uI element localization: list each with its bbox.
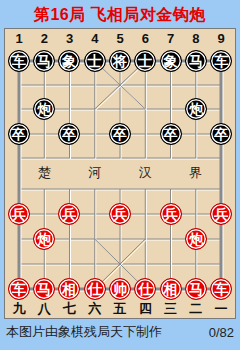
board-intersection [158,97,183,122]
board-intersection [183,202,208,227]
xiangqi-viewer: 第16局 飞相局对金钩炮 123456789 楚河汉界 九八七六五四三二一 车马… [0,0,240,350]
board-intersection [31,252,56,277]
board-intersection [107,146,132,174]
move-counter: 0/82 [209,325,234,340]
board-intersection [107,73,132,97]
red-piece-车[interactable]: 车 [210,278,232,300]
board-intersection [31,202,56,227]
red-piece-马[interactable]: 马 [33,278,55,300]
board-intersection: 相 [158,277,183,302]
board-intersection: 将 [107,49,132,73]
black-piece-士[interactable]: 士 [134,50,156,72]
red-piece-兵[interactable]: 兵 [210,203,232,225]
board-intersection [107,252,132,277]
red-piece-兵[interactable]: 兵 [109,203,131,225]
board-intersection: 象 [158,49,183,73]
board-intersection: 卒 [158,122,183,147]
board-intersection [31,73,56,97]
board-intersection [82,97,107,122]
board-intersection: 车 [6,277,31,302]
board-intersection [133,227,158,252]
board-intersection: 士 [82,49,107,73]
board-intersection: 车 [209,49,234,73]
board-intersection [57,174,82,202]
black-piece-卒[interactable]: 卒 [58,123,80,145]
red-piece-兵[interactable]: 兵 [160,203,182,225]
board-intersection: 象 [57,49,82,73]
black-piece-卒[interactable]: 卒 [8,123,30,145]
board-intersection: 马 [183,277,208,302]
red-piece-相[interactable]: 相 [160,278,182,300]
board-intersection [57,97,82,122]
board-intersection [6,146,31,174]
board-intersection: 炮 [31,227,56,252]
board-intersection [158,146,183,174]
red-piece-炮[interactable]: 炮 [185,228,207,250]
board-intersection: 相 [57,277,82,302]
board-intersection [209,146,234,174]
board-intersection [31,146,56,174]
board-intersection [31,174,56,202]
board-intersection [133,122,158,147]
board-intersection: 兵 [57,202,82,227]
board-intersection [6,174,31,202]
board-intersection [107,174,132,202]
board-intersection [82,73,107,97]
black-piece-车[interactable]: 车 [210,50,232,72]
board-intersection [6,252,31,277]
black-piece-马[interactable]: 马 [33,50,55,72]
board-intersection [209,97,234,122]
board-intersection [57,73,82,97]
board-intersection [133,252,158,277]
xiangqi-board: 123456789 楚河汉界 九八七六五四三二一 车马象士将士象马车炮炮卒卒卒卒… [4,28,236,319]
board-intersection [183,174,208,202]
board-intersection [107,227,132,252]
credit-text: 本图片由象棋残局天下制作 [6,323,162,341]
board-intersection [82,146,107,174]
board-intersection: 仕 [133,277,158,302]
red-piece-马[interactable]: 马 [185,278,207,300]
black-piece-炮[interactable]: 炮 [185,98,207,120]
red-piece-帅[interactable]: 帅 [109,278,131,300]
board-intersection [158,252,183,277]
board-intersection: 兵 [6,202,31,227]
board-intersection [183,122,208,147]
black-piece-马[interactable]: 马 [185,50,207,72]
board-intersection [209,252,234,277]
board-intersection [57,252,82,277]
board-intersection [133,174,158,202]
red-piece-相[interactable]: 相 [58,278,80,300]
black-piece-卒[interactable]: 卒 [109,123,131,145]
red-piece-车[interactable]: 车 [8,278,30,300]
board-intersection: 马 [31,277,56,302]
board-intersection: 卒 [6,122,31,147]
pieces-layer: 车马象士将士象马车炮炮卒卒卒卒卒兵兵兵兵兵炮炮车马相仕帅仕相马车 [6,49,234,301]
black-piece-象[interactable]: 象 [58,50,80,72]
black-piece-炮[interactable]: 炮 [33,98,55,120]
board-intersection: 炮 [183,227,208,252]
board-intersection: 炮 [183,97,208,122]
board-intersection [31,122,56,147]
board-intersection: 马 [31,49,56,73]
board-intersection [183,73,208,97]
red-piece-仕[interactable]: 仕 [134,278,156,300]
board-intersection [57,146,82,174]
board-intersection: 仕 [82,277,107,302]
black-piece-车[interactable]: 车 [8,50,30,72]
board-intersection [209,227,234,252]
board-intersection: 卒 [107,122,132,147]
red-piece-兵[interactable]: 兵 [8,203,30,225]
board-intersection [107,97,132,122]
board-intersection: 兵 [158,202,183,227]
board-intersection: 车 [209,277,234,302]
board-intersection [158,227,183,252]
board-intersection [6,97,31,122]
board-intersection [82,202,107,227]
board-intersection [82,227,107,252]
board-intersection: 马 [183,49,208,73]
board-intersection [183,146,208,174]
black-piece-将[interactable]: 将 [109,50,131,72]
footer-bar: 本图片由象棋残局天下制作 0/82 [0,323,240,341]
board-intersection [209,73,234,97]
board-intersection [158,73,183,97]
board-intersection: 兵 [209,202,234,227]
board-intersection [6,73,31,97]
page-title: 第16局 飞相局对金钩炮 [0,5,240,26]
board-intersection: 卒 [57,122,82,147]
board-intersection [57,227,82,252]
board-intersection [133,97,158,122]
red-piece-仕[interactable]: 仕 [84,278,106,300]
board-intersection [133,146,158,174]
black-piece-士[interactable]: 士 [84,50,106,72]
board-intersection [82,122,107,147]
board-intersection [209,174,234,202]
board-intersection [133,73,158,97]
board-intersection: 士 [133,49,158,73]
board-intersection [158,174,183,202]
board-intersection: 卒 [209,122,234,147]
black-piece-象[interactable]: 象 [160,50,182,72]
red-piece-炮[interactable]: 炮 [33,228,55,250]
board-intersection: 车 [6,49,31,73]
red-piece-兵[interactable]: 兵 [58,203,80,225]
board-intersection: 兵 [107,202,132,227]
board-intersection [6,227,31,252]
black-piece-卒[interactable]: 卒 [160,123,182,145]
board-intersection: 炮 [31,97,56,122]
board-intersection [82,252,107,277]
board-intersection [82,174,107,202]
board-intersection: 帅 [107,277,132,302]
board-intersection [133,202,158,227]
board-intersection [183,252,208,277]
black-piece-卒[interactable]: 卒 [210,123,232,145]
